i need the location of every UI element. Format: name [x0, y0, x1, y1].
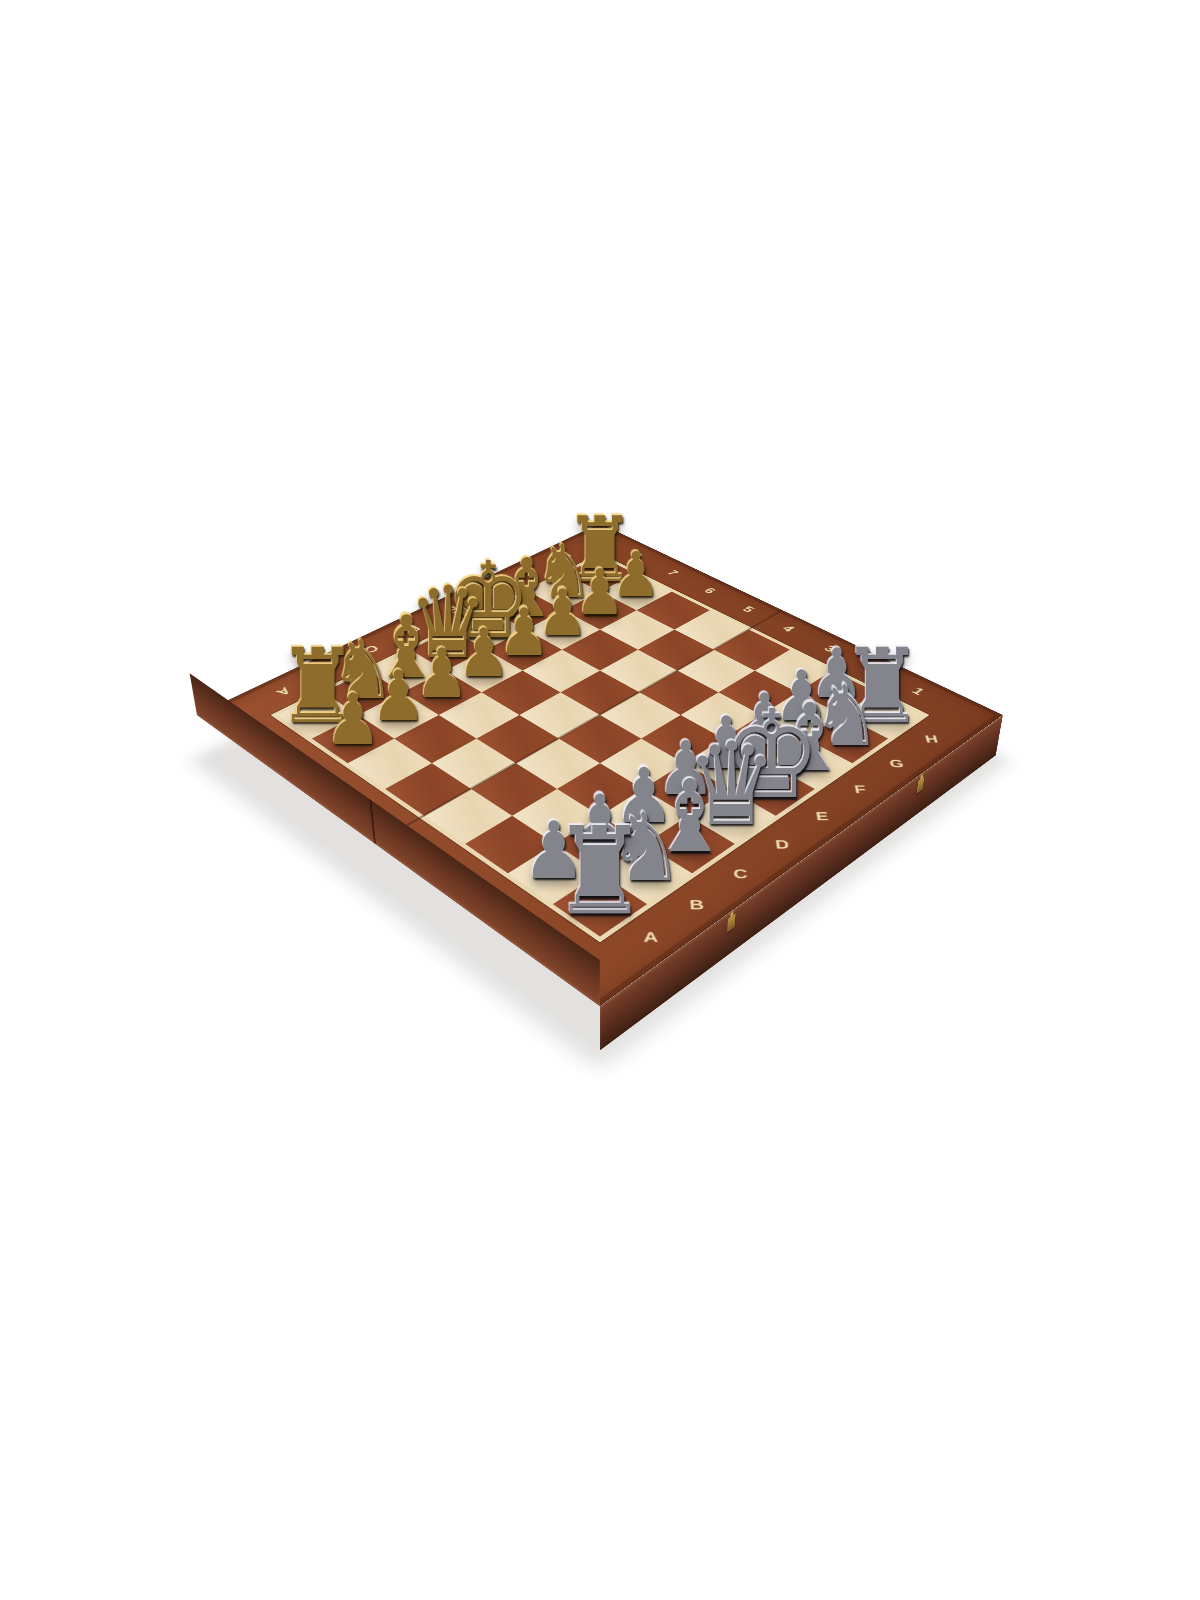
rank-label-6-right: 6 — [700, 586, 718, 595]
chess-set-product-photo: AABBCCDDEEFFGGHH1122334455667788 ♜♞♝♛♚♝♞… — [0, 0, 1200, 1600]
file-label-f-near: F — [853, 784, 867, 797]
square-c5[interactable] — [477, 715, 559, 763]
fold-seam-side-notch — [369, 799, 375, 844]
rank-label-4-right: 4 — [778, 624, 797, 634]
square-a4[interactable] — [424, 789, 512, 844]
pieces-layer: ♜♞♝♛♚♝♞♜♟♟♟♟♟♟♟♟♟♟♟♟♟♟♟♟♜♞♝♛♚♝♞♜ — [0, 0, 1200, 1600]
square-b5[interactable] — [432, 739, 516, 789]
file-label-b-near: B — [689, 898, 705, 914]
file-label-g-near: G — [888, 758, 905, 771]
rank-label-7-right: 7 — [663, 568, 681, 577]
piece-white-rook-a1[interactable]: ♜ — [552, 812, 648, 932]
file-label-h-near: H — [923, 734, 939, 746]
rank-label-5-right: 5 — [738, 605, 756, 615]
file-label-c-near: C — [732, 867, 748, 882]
piece-black-pawn-a7[interactable]: ♟ — [325, 684, 382, 755]
square-a5[interactable] — [385, 763, 471, 816]
